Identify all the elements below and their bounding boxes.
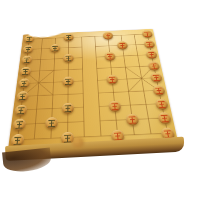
red-piece-disk: [103, 32, 114, 40]
piece-black-horse-b[interactable]: [10, 117, 28, 133]
piece-black-elephant-a[interactable]: [19, 54, 34, 66]
piece-black-soldier-2[interactable]: [61, 53, 75, 65]
red-piece-disk: [108, 100, 121, 111]
piece-black-soldier-4[interactable]: [60, 101, 76, 116]
red-piece-disk: [117, 41, 128, 50]
red-piece-disk: [148, 61, 161, 71]
piece-black-soldier-3[interactable]: [61, 75, 76, 88]
black-character-glyph: [64, 134, 71, 142]
black-piece-disk: [18, 79, 30, 89]
red-character-glyph: [109, 77, 116, 83]
piece-red-soldier-1[interactable]: [101, 31, 115, 41]
black-piece-disk: [21, 56, 33, 65]
black-character-glyph: [19, 93, 26, 100]
piece-red-soldier-4[interactable]: [106, 99, 123, 114]
black-piece-disk: [12, 119, 26, 131]
red-character-glyph: [161, 115, 169, 122]
piece-black-soldier-1[interactable]: [62, 32, 75, 42]
black-character-glyph: [22, 69, 29, 75]
red-piece-disk: [104, 52, 115, 61]
piece-red-cannon-a[interactable]: [115, 40, 130, 51]
red-character-glyph: [105, 33, 111, 38]
black-character-glyph: [65, 56, 71, 62]
black-piece-disk: [62, 102, 74, 114]
red-character-glyph: [144, 32, 150, 37]
red-character-glyph: [150, 63, 157, 69]
red-character-glyph: [148, 52, 155, 58]
piece-black-general[interactable]: [16, 77, 32, 90]
red-character-glyph: [146, 42, 153, 47]
piece-red-elephant-b[interactable]: [153, 97, 171, 112]
red-character-glyph: [155, 87, 163, 94]
red-piece-disk: [155, 98, 169, 109]
board-corner-shadow: [2, 148, 52, 174]
black-character-glyph: [52, 46, 58, 51]
black-piece-disk: [62, 77, 73, 87]
piece-red-horse-b[interactable]: [155, 111, 174, 127]
black-character-glyph: [48, 120, 55, 128]
xiangqi-photo-scene: [0, 0, 200, 200]
piece-red-general[interactable]: [148, 72, 165, 85]
piece-black-elephant-b[interactable]: [12, 103, 29, 118]
red-character-glyph: [119, 43, 125, 48]
red-character-glyph: [153, 75, 160, 81]
piece-red-advisor-b[interactable]: [150, 84, 168, 98]
red-character-glyph: [111, 103, 118, 110]
board-surface: [8, 29, 178, 149]
black-character-glyph: [26, 37, 32, 42]
piece-red-horse-a[interactable]: [142, 39, 158, 50]
black-character-glyph: [65, 105, 72, 112]
black-character-glyph: [14, 136, 22, 144]
black-character-glyph: [65, 79, 71, 85]
piece-red-elephant-a[interactable]: [144, 49, 160, 61]
piece-red-cannon-b[interactable]: [123, 112, 141, 128]
black-piece-disk: [16, 91, 29, 102]
red-character-glyph: [158, 101, 166, 108]
black-piece-disk: [45, 117, 58, 129]
piece-red-chariot-a[interactable]: [140, 29, 155, 39]
piece-red-advisor-a[interactable]: [146, 60, 163, 72]
red-piece-disk: [106, 75, 118, 85]
black-piece-disk: [50, 44, 61, 53]
red-character-glyph: [114, 132, 122, 140]
black-piece-disk: [22, 45, 33, 54]
black-piece-disk: [63, 33, 73, 41]
black-piece-disk: [63, 54, 74, 63]
red-piece-disk: [157, 112, 172, 124]
piece-black-horse-a[interactable]: [21, 44, 36, 55]
black-character-glyph: [24, 57, 30, 63]
red-piece-disk: [143, 40, 155, 49]
black-piece-disk: [19, 67, 31, 77]
piece-black-cannon-b[interactable]: [43, 116, 60, 132]
red-piece-disk: [142, 30, 154, 38]
black-character-glyph: [17, 107, 24, 114]
blurred-loose-piece[interactable]: [72, 137, 84, 148]
piece-black-advisor-a[interactable]: [18, 66, 34, 78]
red-piece-disk: [150, 73, 163, 83]
black-character-glyph: [16, 121, 23, 129]
board-intersections-grid: [8, 29, 178, 149]
xiangqi-board: [8, 29, 178, 149]
black-character-glyph: [66, 35, 71, 40]
red-character-glyph: [129, 116, 137, 123]
piece-black-advisor-b[interactable]: [14, 90, 31, 104]
red-piece-disk: [152, 85, 166, 96]
black-character-glyph: [25, 47, 31, 52]
black-piece-disk: [14, 104, 27, 116]
red-character-glyph: [107, 54, 113, 60]
red-piece-disk: [145, 50, 157, 59]
black-character-glyph: [21, 81, 28, 87]
piece-black-cannon-a[interactable]: [48, 43, 62, 54]
piece-red-soldier-2[interactable]: [103, 51, 118, 63]
red-piece-disk: [125, 114, 139, 126]
piece-red-soldier-3[interactable]: [104, 73, 120, 86]
